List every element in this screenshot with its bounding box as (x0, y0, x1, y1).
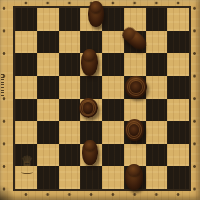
square-f5[interactable] (124, 99, 146, 122)
square-f3[interactable] (124, 53, 146, 76)
square-b3[interactable] (37, 53, 59, 76)
maker-crown-stamp: ♕ (15, 153, 39, 183)
square-e3[interactable] (102, 53, 124, 76)
square-b5[interactable] (37, 99, 59, 122)
square-c6[interactable] (59, 121, 81, 144)
corner-shadow (0, 184, 15, 200)
square-d8[interactable] (80, 166, 102, 189)
square-b7[interactable] (37, 144, 59, 167)
square-e4[interactable] (102, 76, 124, 99)
checker-piece-f8[interactable] (125, 164, 143, 190)
square-c2[interactable] (59, 31, 81, 54)
square-a6[interactable] (15, 121, 37, 144)
frame-nail-dots-bottom (15, 191, 189, 198)
square-c4[interactable] (59, 76, 81, 99)
square-c1[interactable] (59, 8, 81, 31)
square-h4[interactable] (167, 76, 189, 99)
square-h1[interactable] (167, 8, 189, 31)
square-h7[interactable] (167, 144, 189, 167)
square-g4[interactable] (146, 76, 168, 99)
square-h3[interactable] (167, 53, 189, 76)
square-h8[interactable] (167, 166, 189, 189)
square-g5[interactable] (146, 99, 168, 122)
square-g7[interactable] (146, 144, 168, 167)
square-c3[interactable] (59, 53, 81, 76)
square-g1[interactable] (146, 8, 168, 31)
square-e7[interactable] (102, 144, 124, 167)
checker-piece-f4[interactable] (125, 76, 147, 98)
checker-piece-d1[interactable] (88, 1, 104, 27)
square-e6[interactable] (102, 121, 124, 144)
square-h5[interactable] (167, 99, 189, 122)
square-b4[interactable] (37, 76, 59, 99)
square-g3[interactable] (146, 53, 168, 76)
square-f7[interactable] (124, 144, 146, 167)
square-a2[interactable] (15, 31, 37, 54)
checker-piece-f6[interactable] (125, 119, 144, 141)
square-e5[interactable] (102, 99, 124, 122)
square-c8[interactable] (59, 166, 81, 189)
frame-nail-dots-right (191, 0, 198, 193)
square-b1[interactable] (37, 8, 59, 31)
square-a5[interactable] (15, 99, 37, 122)
crown-icon: ♕ (15, 153, 39, 169)
square-c5[interactable] (59, 99, 81, 122)
square-d4[interactable] (80, 76, 102, 99)
square-a4[interactable] (15, 76, 37, 99)
square-a1[interactable] (15, 8, 37, 31)
frame-nail-dots-left (1, 0, 7, 193)
square-b6[interactable] (37, 121, 59, 144)
square-b2[interactable] (37, 31, 59, 54)
edge-text-stamp (1, 74, 4, 96)
square-e2[interactable] (102, 31, 124, 54)
square-e8[interactable] (102, 166, 124, 189)
checker-piece-d7[interactable] (82, 140, 98, 165)
stamp-banner (21, 170, 33, 174)
checker-piece-d5[interactable] (79, 98, 98, 118)
squares-grid (15, 8, 189, 189)
checker-piece-d3[interactable] (81, 49, 98, 76)
square-c7[interactable] (59, 144, 81, 167)
board: ♕ (13, 6, 191, 191)
square-a3[interactable] (15, 53, 37, 76)
square-g8[interactable] (146, 166, 168, 189)
square-g6[interactable] (146, 121, 168, 144)
square-b8[interactable] (37, 166, 59, 189)
square-h2[interactable] (167, 31, 189, 54)
checkers-board-photo: ♕ (0, 0, 200, 200)
square-h6[interactable] (167, 121, 189, 144)
square-g2[interactable] (146, 31, 168, 54)
square-e1[interactable] (102, 8, 124, 31)
